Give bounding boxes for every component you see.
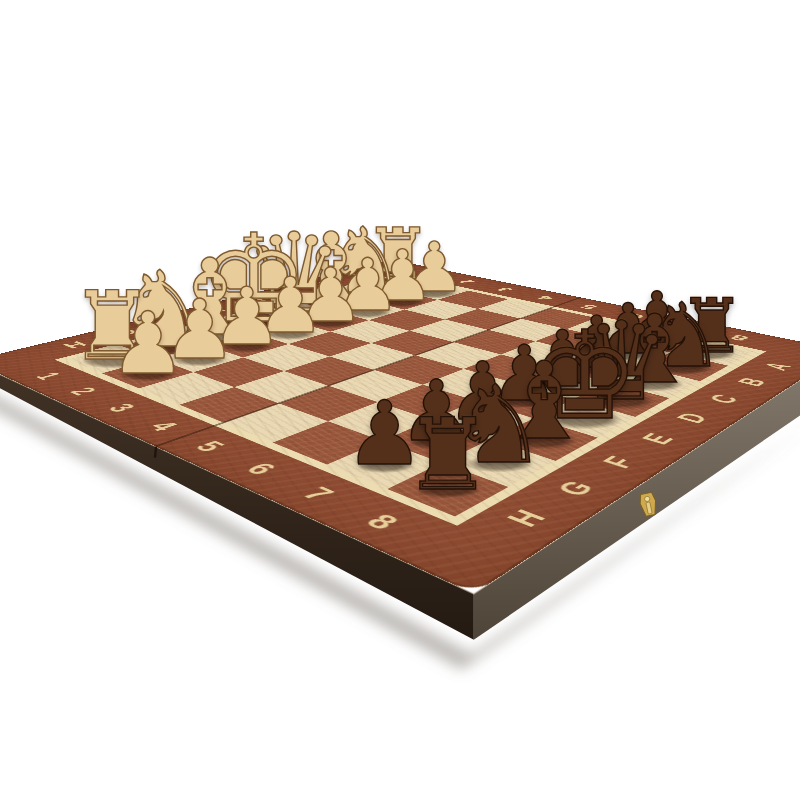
product-photo-scene: AA88BB77CC66DD55EE44FF33GG22HH11 ♜♟♞♟♝♟♛…	[0, 0, 800, 800]
black-rook-h8[interactable]: ♜	[403, 405, 492, 504]
white-pawn-h2[interactable]: ♟	[109, 301, 186, 387]
pieces-layer: ♜♟♞♟♝♟♛♟♚♟♝♟♟♞♜♟♟♜♞♟♟♝♟♛♟♚♟♝♟♞♟♜	[0, 0, 800, 800]
